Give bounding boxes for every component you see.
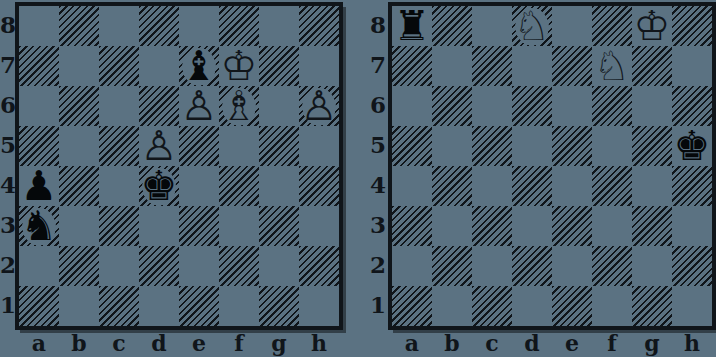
square-c5: [472, 126, 512, 166]
file-label-b: b: [432, 330, 472, 356]
square-f7: ♘: [592, 46, 632, 86]
square-d5: ♙: [139, 126, 179, 166]
square-b1: [59, 286, 99, 326]
square-a4: [392, 166, 432, 206]
file-label-h: h: [672, 330, 712, 356]
rank-labels-right-board: 87654321: [370, 6, 385, 326]
file-label-f: f: [592, 330, 632, 356]
piece-black-knight: ♞: [19, 206, 59, 246]
square-c5: [99, 126, 139, 166]
square-h5: [299, 126, 339, 166]
square-f6: ♗: [219, 86, 259, 126]
square-a3: [392, 206, 432, 246]
square-e4: [552, 166, 592, 206]
square-a8: ♜: [392, 6, 432, 46]
square-g8: ♔: [632, 6, 672, 46]
square-a6: [19, 86, 59, 126]
square-c7: [99, 46, 139, 86]
square-b7: [59, 46, 99, 86]
square-a6: [392, 86, 432, 126]
file-label-b: b: [59, 330, 99, 356]
square-d2: [512, 246, 552, 286]
square-h4: [299, 166, 339, 206]
square-h6: ♙: [299, 86, 339, 126]
square-d6: [512, 86, 552, 126]
square-h8: [299, 6, 339, 46]
square-h1: [299, 286, 339, 326]
file-labels-right-board: abcdefgh: [392, 330, 712, 356]
piece-white-knight: ♘: [592, 46, 632, 86]
piece-white-king: ♔: [219, 46, 259, 86]
square-c8: [472, 6, 512, 46]
square-e3: [179, 206, 219, 246]
square-f4: [219, 166, 259, 206]
square-e5: [552, 126, 592, 166]
rank-label-7: 7: [370, 46, 386, 86]
square-b2: [432, 246, 472, 286]
square-c2: [472, 246, 512, 286]
square-b6: [59, 86, 99, 126]
square-g2: [259, 246, 299, 286]
file-label-h: h: [299, 330, 339, 356]
square-d2: [139, 246, 179, 286]
square-a5: [19, 126, 59, 166]
square-a7: [19, 46, 59, 86]
file-label-e: e: [179, 330, 219, 356]
piece-black-king: ♚: [139, 166, 179, 206]
square-h2: [299, 246, 339, 286]
square-b4: [432, 166, 472, 206]
square-d8: ♘: [512, 6, 552, 46]
rank-labels-left-board: 87654321: [0, 6, 15, 326]
square-h4: [672, 166, 712, 206]
square-b8: [59, 6, 99, 46]
square-e7: ♝: [179, 46, 219, 86]
square-e3: [552, 206, 592, 246]
file-label-g: g: [632, 330, 672, 356]
square-b5: [432, 126, 472, 166]
piece-black-king: ♚: [672, 126, 712, 166]
file-label-a: a: [19, 330, 59, 356]
square-d7: [139, 46, 179, 86]
rank-label-7: 7: [0, 46, 16, 86]
square-g8: [259, 6, 299, 46]
piece-black-bishop: ♝: [179, 46, 219, 86]
file-label-f: f: [219, 330, 259, 356]
square-b8: [432, 6, 472, 46]
chessboard-right-diagram: ♜♘♔♘♚: [388, 2, 716, 330]
square-a1: [19, 286, 59, 326]
square-h1: [672, 286, 712, 326]
square-f7: ♔: [219, 46, 259, 86]
square-g2: [632, 246, 672, 286]
square-g1: [259, 286, 299, 326]
square-e1: [179, 286, 219, 326]
square-g4: [259, 166, 299, 206]
file-label-c: c: [472, 330, 512, 356]
square-g4: [632, 166, 672, 206]
square-c1: [472, 286, 512, 326]
square-e6: [552, 86, 592, 126]
square-e8: [552, 6, 592, 46]
square-g3: [632, 206, 672, 246]
square-d4: [512, 166, 552, 206]
square-c6: [99, 86, 139, 126]
square-f4: [592, 166, 632, 206]
square-f3: [219, 206, 259, 246]
square-c7: [472, 46, 512, 86]
rank-label-8: 8: [370, 6, 386, 46]
square-f3: [592, 206, 632, 246]
file-label-d: d: [512, 330, 552, 356]
rank-label-5: 5: [370, 126, 386, 166]
square-c2: [99, 246, 139, 286]
piece-white-king: ♔: [632, 6, 672, 46]
square-b6: [432, 86, 472, 126]
square-h5: ♚: [672, 126, 712, 166]
rank-label-2: 2: [0, 246, 16, 286]
piece-black-pawn: ♟: [19, 166, 59, 206]
piece-white-pawn: ♙: [299, 86, 339, 126]
rank-label-6: 6: [0, 86, 16, 126]
square-h3: [299, 206, 339, 246]
rank-label-1: 1: [0, 286, 16, 326]
square-d5: [512, 126, 552, 166]
square-e7: [552, 46, 592, 86]
square-d1: [512, 286, 552, 326]
square-e2: [552, 246, 592, 286]
rank-label-4: 4: [0, 166, 16, 206]
square-d8: [139, 6, 179, 46]
square-e5: [179, 126, 219, 166]
square-b2: [59, 246, 99, 286]
square-b1: [432, 286, 472, 326]
file-labels-left-board: abcdefgh: [19, 330, 339, 356]
piece-black-rook: ♜: [392, 6, 432, 46]
square-h6: [672, 86, 712, 126]
rank-label-3: 3: [0, 206, 16, 246]
square-c6: [472, 86, 512, 126]
chessboard-left-diagram: ♝♔♙♗♙♙♟♚♞: [15, 2, 343, 330]
square-a4: ♟: [19, 166, 59, 206]
piece-white-pawn: ♙: [179, 86, 219, 126]
square-d4: ♚: [139, 166, 179, 206]
square-d1: [139, 286, 179, 326]
square-e8: [179, 6, 219, 46]
square-h8: [672, 6, 712, 46]
square-a8: [19, 6, 59, 46]
square-f1: [219, 286, 259, 326]
square-h7: [672, 46, 712, 86]
square-e1: [552, 286, 592, 326]
square-c4: [99, 166, 139, 206]
square-b5: [59, 126, 99, 166]
square-c4: [472, 166, 512, 206]
rank-label-2: 2: [370, 246, 386, 286]
square-d7: [512, 46, 552, 86]
rank-label-3: 3: [370, 206, 386, 246]
piece-white-bishop: ♗: [219, 86, 259, 126]
square-b3: [59, 206, 99, 246]
square-c1: [99, 286, 139, 326]
square-g5: [632, 126, 672, 166]
square-h3: [672, 206, 712, 246]
square-b4: [59, 166, 99, 206]
square-f6: [592, 86, 632, 126]
square-f8: [219, 6, 259, 46]
square-h7: [299, 46, 339, 86]
piece-white-pawn: ♙: [139, 126, 179, 166]
square-a5: [392, 126, 432, 166]
rank-label-5: 5: [0, 126, 16, 166]
file-label-g: g: [259, 330, 299, 356]
square-g7: [259, 46, 299, 86]
square-g6: [259, 86, 299, 126]
rank-label-4: 4: [370, 166, 386, 206]
square-f5: [219, 126, 259, 166]
square-e2: [179, 246, 219, 286]
rank-label-1: 1: [370, 286, 386, 326]
square-b7: [432, 46, 472, 86]
square-g5: [259, 126, 299, 166]
square-e6: ♙: [179, 86, 219, 126]
square-d3: [512, 206, 552, 246]
square-g1: [632, 286, 672, 326]
square-a2: [19, 246, 59, 286]
square-c3: [472, 206, 512, 246]
square-h2: [672, 246, 712, 286]
square-f2: [219, 246, 259, 286]
square-f2: [592, 246, 632, 286]
rank-label-6: 6: [370, 86, 386, 126]
square-e4: [179, 166, 219, 206]
file-label-c: c: [99, 330, 139, 356]
square-g3: [259, 206, 299, 246]
file-label-d: d: [139, 330, 179, 356]
square-b3: [432, 206, 472, 246]
square-d6: [139, 86, 179, 126]
square-a7: [392, 46, 432, 86]
square-f8: [592, 6, 632, 46]
square-g6: [632, 86, 672, 126]
piece-white-knight: ♘: [512, 6, 552, 46]
square-f5: [592, 126, 632, 166]
square-g7: [632, 46, 672, 86]
square-a3: ♞: [19, 206, 59, 246]
square-c8: [99, 6, 139, 46]
square-a1: [392, 286, 432, 326]
square-c3: [99, 206, 139, 246]
square-d3: [139, 206, 179, 246]
square-a2: [392, 246, 432, 286]
square-f1: [592, 286, 632, 326]
file-label-e: e: [552, 330, 592, 356]
file-label-a: a: [392, 330, 432, 356]
rank-label-8: 8: [0, 6, 16, 46]
